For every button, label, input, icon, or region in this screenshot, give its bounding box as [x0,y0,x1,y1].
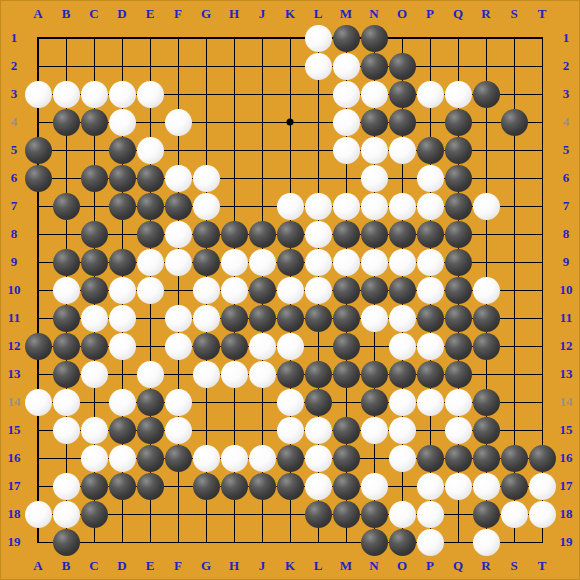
intersection-M19[interactable] [332,528,360,556]
go-board[interactable] [24,24,556,556]
intersection-Q11[interactable] [444,304,472,332]
intersection-C17[interactable] [80,472,108,500]
intersection-M15[interactable] [332,416,360,444]
intersection-E4[interactable] [136,108,164,136]
intersection-F6[interactable] [164,164,192,192]
intersection-M6[interactable] [332,164,360,192]
intersection-B2[interactable] [52,52,80,80]
intersection-Q6[interactable] [444,164,472,192]
intersection-O1[interactable] [388,24,416,52]
intersection-R12[interactable] [472,332,500,360]
intersection-T9[interactable] [528,248,556,276]
intersection-A18[interactable] [24,500,52,528]
intersection-F9[interactable] [164,248,192,276]
intersection-Q4[interactable] [444,108,472,136]
intersection-A11[interactable] [24,304,52,332]
intersection-D18[interactable] [108,500,136,528]
intersection-F12[interactable] [164,332,192,360]
intersection-A10[interactable] [24,276,52,304]
intersection-R16[interactable] [472,444,500,472]
intersection-J3[interactable] [248,80,276,108]
intersection-S18[interactable] [500,500,528,528]
intersection-N10[interactable] [360,276,388,304]
intersection-G5[interactable] [192,136,220,164]
intersection-Q14[interactable] [444,388,472,416]
intersection-H11[interactable] [220,304,248,332]
intersection-O12[interactable] [388,332,416,360]
intersection-R2[interactable] [472,52,500,80]
intersection-F4[interactable] [164,108,192,136]
intersection-N5[interactable] [360,136,388,164]
intersection-A13[interactable] [24,360,52,388]
intersection-E16[interactable] [136,444,164,472]
intersection-S7[interactable] [500,192,528,220]
intersection-B13[interactable] [52,360,80,388]
intersection-R19[interactable] [472,528,500,556]
intersection-B5[interactable] [52,136,80,164]
intersection-M18[interactable] [332,500,360,528]
intersection-S16[interactable] [500,444,528,472]
intersection-F3[interactable] [164,80,192,108]
intersection-K3[interactable] [276,80,304,108]
intersection-G10[interactable] [192,276,220,304]
intersection-A3[interactable] [24,80,52,108]
intersection-C8[interactable] [80,220,108,248]
intersection-D15[interactable] [108,416,136,444]
intersection-D14[interactable] [108,388,136,416]
intersection-K10[interactable] [276,276,304,304]
intersection-N3[interactable] [360,80,388,108]
intersection-S6[interactable] [500,164,528,192]
intersection-G4[interactable] [192,108,220,136]
intersection-N12[interactable] [360,332,388,360]
intersection-M2[interactable] [332,52,360,80]
intersection-M12[interactable] [332,332,360,360]
intersection-A1[interactable] [24,24,52,52]
intersection-J15[interactable] [248,416,276,444]
intersection-C16[interactable] [80,444,108,472]
intersection-J13[interactable] [248,360,276,388]
intersection-D11[interactable] [108,304,136,332]
intersection-G12[interactable] [192,332,220,360]
intersection-L13[interactable] [304,360,332,388]
intersection-E10[interactable] [136,276,164,304]
intersection-J14[interactable] [248,388,276,416]
intersection-F7[interactable] [164,192,192,220]
intersection-G9[interactable] [192,248,220,276]
intersection-T10[interactable] [528,276,556,304]
intersection-N9[interactable] [360,248,388,276]
intersection-J9[interactable] [248,248,276,276]
intersection-C9[interactable] [80,248,108,276]
intersection-O6[interactable] [388,164,416,192]
intersection-D2[interactable] [108,52,136,80]
intersection-E8[interactable] [136,220,164,248]
intersection-L18[interactable] [304,500,332,528]
intersection-G3[interactable] [192,80,220,108]
intersection-A17[interactable] [24,472,52,500]
intersection-K19[interactable] [276,528,304,556]
intersection-E14[interactable] [136,388,164,416]
intersection-S10[interactable] [500,276,528,304]
intersection-N18[interactable] [360,500,388,528]
intersection-F19[interactable] [164,528,192,556]
intersection-D3[interactable] [108,80,136,108]
intersection-Q3[interactable] [444,80,472,108]
intersection-N19[interactable] [360,528,388,556]
intersection-J1[interactable] [248,24,276,52]
intersection-L14[interactable] [304,388,332,416]
intersection-R1[interactable] [472,24,500,52]
intersection-M11[interactable] [332,304,360,332]
intersection-L6[interactable] [304,164,332,192]
intersection-N14[interactable] [360,388,388,416]
intersection-T1[interactable] [528,24,556,52]
intersection-M9[interactable] [332,248,360,276]
intersection-D1[interactable] [108,24,136,52]
intersection-O9[interactable] [388,248,416,276]
intersection-J19[interactable] [248,528,276,556]
intersection-D19[interactable] [108,528,136,556]
intersection-M8[interactable] [332,220,360,248]
intersection-L4[interactable] [304,108,332,136]
intersection-L3[interactable] [304,80,332,108]
intersection-L5[interactable] [304,136,332,164]
intersection-F11[interactable] [164,304,192,332]
intersection-Q2[interactable] [444,52,472,80]
intersection-P16[interactable] [416,444,444,472]
intersection-T15[interactable] [528,416,556,444]
intersection-L8[interactable] [304,220,332,248]
intersection-P9[interactable] [416,248,444,276]
intersection-R15[interactable] [472,416,500,444]
intersection-R10[interactable] [472,276,500,304]
intersection-D6[interactable] [108,164,136,192]
intersection-H15[interactable] [220,416,248,444]
intersection-R5[interactable] [472,136,500,164]
intersection-K6[interactable] [276,164,304,192]
intersection-S2[interactable] [500,52,528,80]
intersection-T18[interactable] [528,500,556,528]
intersection-D10[interactable] [108,276,136,304]
intersection-R18[interactable] [472,500,500,528]
intersection-R7[interactable] [472,192,500,220]
intersection-N7[interactable] [360,192,388,220]
intersection-B10[interactable] [52,276,80,304]
intersection-C11[interactable] [80,304,108,332]
intersection-F15[interactable] [164,416,192,444]
intersection-S3[interactable] [500,80,528,108]
intersection-P6[interactable] [416,164,444,192]
intersection-N2[interactable] [360,52,388,80]
intersection-P11[interactable] [416,304,444,332]
intersection-D9[interactable] [108,248,136,276]
intersection-O7[interactable] [388,192,416,220]
intersection-T13[interactable] [528,360,556,388]
intersection-M13[interactable] [332,360,360,388]
intersection-J12[interactable] [248,332,276,360]
intersection-M7[interactable] [332,192,360,220]
intersection-H18[interactable] [220,500,248,528]
intersection-O11[interactable] [388,304,416,332]
intersection-B4[interactable] [52,108,80,136]
intersection-S15[interactable] [500,416,528,444]
intersection-N17[interactable] [360,472,388,500]
intersection-G11[interactable] [192,304,220,332]
intersection-L16[interactable] [304,444,332,472]
intersection-T14[interactable] [528,388,556,416]
intersection-G16[interactable] [192,444,220,472]
intersection-D13[interactable] [108,360,136,388]
intersection-J16[interactable] [248,444,276,472]
intersection-P15[interactable] [416,416,444,444]
intersection-J4[interactable] [248,108,276,136]
intersection-J5[interactable] [248,136,276,164]
intersection-T7[interactable] [528,192,556,220]
intersection-S19[interactable] [500,528,528,556]
intersection-Q10[interactable] [444,276,472,304]
intersection-M4[interactable] [332,108,360,136]
intersection-B11[interactable] [52,304,80,332]
intersection-R6[interactable] [472,164,500,192]
intersection-A5[interactable] [24,136,52,164]
intersection-K7[interactable] [276,192,304,220]
intersection-B12[interactable] [52,332,80,360]
intersection-G2[interactable] [192,52,220,80]
intersection-C14[interactable] [80,388,108,416]
intersection-Q17[interactable] [444,472,472,500]
intersection-Q5[interactable] [444,136,472,164]
intersection-E15[interactable] [136,416,164,444]
intersection-M5[interactable] [332,136,360,164]
intersection-O8[interactable] [388,220,416,248]
intersection-L17[interactable] [304,472,332,500]
intersection-J18[interactable] [248,500,276,528]
intersection-K9[interactable] [276,248,304,276]
intersection-R14[interactable] [472,388,500,416]
intersection-K5[interactable] [276,136,304,164]
intersection-B14[interactable] [52,388,80,416]
intersection-S11[interactable] [500,304,528,332]
intersection-F5[interactable] [164,136,192,164]
intersection-K15[interactable] [276,416,304,444]
intersection-D4[interactable] [108,108,136,136]
intersection-B15[interactable] [52,416,80,444]
intersection-A12[interactable] [24,332,52,360]
intersection-F17[interactable] [164,472,192,500]
intersection-B6[interactable] [52,164,80,192]
intersection-H8[interactable] [220,220,248,248]
intersection-N6[interactable] [360,164,388,192]
intersection-E7[interactable] [136,192,164,220]
intersection-H3[interactable] [220,80,248,108]
intersection-J8[interactable] [248,220,276,248]
intersection-M1[interactable] [332,24,360,52]
intersection-O4[interactable] [388,108,416,136]
intersection-A15[interactable] [24,416,52,444]
intersection-J11[interactable] [248,304,276,332]
intersection-K8[interactable] [276,220,304,248]
intersection-O5[interactable] [388,136,416,164]
intersection-C1[interactable] [80,24,108,52]
intersection-D17[interactable] [108,472,136,500]
intersection-N16[interactable] [360,444,388,472]
intersection-Q16[interactable] [444,444,472,472]
intersection-F2[interactable] [164,52,192,80]
intersection-L7[interactable] [304,192,332,220]
intersection-B3[interactable] [52,80,80,108]
intersection-T4[interactable] [528,108,556,136]
intersection-G18[interactable] [192,500,220,528]
intersection-S4[interactable] [500,108,528,136]
intersection-O10[interactable] [388,276,416,304]
intersection-N15[interactable] [360,416,388,444]
intersection-B17[interactable] [52,472,80,500]
intersection-B16[interactable] [52,444,80,472]
intersection-C12[interactable] [80,332,108,360]
intersection-O16[interactable] [388,444,416,472]
intersection-S5[interactable] [500,136,528,164]
intersection-J6[interactable] [248,164,276,192]
intersection-F13[interactable] [164,360,192,388]
intersection-L9[interactable] [304,248,332,276]
intersection-E1[interactable] [136,24,164,52]
intersection-R9[interactable] [472,248,500,276]
intersection-R11[interactable] [472,304,500,332]
intersection-R13[interactable] [472,360,500,388]
intersection-L15[interactable] [304,416,332,444]
intersection-G7[interactable] [192,192,220,220]
intersection-Q1[interactable] [444,24,472,52]
intersection-T11[interactable] [528,304,556,332]
intersection-P14[interactable] [416,388,444,416]
intersection-G8[interactable] [192,220,220,248]
intersection-T17[interactable] [528,472,556,500]
intersection-E5[interactable] [136,136,164,164]
intersection-H7[interactable] [220,192,248,220]
intersection-P13[interactable] [416,360,444,388]
intersection-K12[interactable] [276,332,304,360]
intersection-M10[interactable] [332,276,360,304]
intersection-H5[interactable] [220,136,248,164]
intersection-F1[interactable] [164,24,192,52]
intersection-C4[interactable] [80,108,108,136]
intersection-E12[interactable] [136,332,164,360]
intersection-C5[interactable] [80,136,108,164]
intersection-C2[interactable] [80,52,108,80]
intersection-P10[interactable] [416,276,444,304]
intersection-J17[interactable] [248,472,276,500]
intersection-C19[interactable] [80,528,108,556]
intersection-D16[interactable] [108,444,136,472]
intersection-F16[interactable] [164,444,192,472]
intersection-A7[interactable] [24,192,52,220]
intersection-O18[interactable] [388,500,416,528]
intersection-K17[interactable] [276,472,304,500]
intersection-P3[interactable] [416,80,444,108]
intersection-Q12[interactable] [444,332,472,360]
intersection-O13[interactable] [388,360,416,388]
intersection-G19[interactable] [192,528,220,556]
intersection-P12[interactable] [416,332,444,360]
intersection-R17[interactable] [472,472,500,500]
intersection-P1[interactable] [416,24,444,52]
intersection-K14[interactable] [276,388,304,416]
intersection-G14[interactable] [192,388,220,416]
intersection-T2[interactable] [528,52,556,80]
intersection-M16[interactable] [332,444,360,472]
intersection-B1[interactable] [52,24,80,52]
intersection-K1[interactable] [276,24,304,52]
intersection-Q19[interactable] [444,528,472,556]
intersection-H9[interactable] [220,248,248,276]
intersection-A9[interactable] [24,248,52,276]
intersection-L10[interactable] [304,276,332,304]
intersection-T19[interactable] [528,528,556,556]
intersection-H14[interactable] [220,388,248,416]
intersection-Q9[interactable] [444,248,472,276]
intersection-H13[interactable] [220,360,248,388]
intersection-G1[interactable] [192,24,220,52]
intersection-C10[interactable] [80,276,108,304]
intersection-D7[interactable] [108,192,136,220]
intersection-R4[interactable] [472,108,500,136]
intersection-D12[interactable] [108,332,136,360]
intersection-D8[interactable] [108,220,136,248]
intersection-T6[interactable] [528,164,556,192]
intersection-T8[interactable] [528,220,556,248]
intersection-O3[interactable] [388,80,416,108]
intersection-P18[interactable] [416,500,444,528]
intersection-P19[interactable] [416,528,444,556]
intersection-A4[interactable] [24,108,52,136]
intersection-E18[interactable] [136,500,164,528]
intersection-Q15[interactable] [444,416,472,444]
intersection-H6[interactable] [220,164,248,192]
intersection-M3[interactable] [332,80,360,108]
intersection-A8[interactable] [24,220,52,248]
intersection-K13[interactable] [276,360,304,388]
intersection-E17[interactable] [136,472,164,500]
intersection-L12[interactable] [304,332,332,360]
intersection-T3[interactable] [528,80,556,108]
intersection-T5[interactable] [528,136,556,164]
intersection-N4[interactable] [360,108,388,136]
intersection-P8[interactable] [416,220,444,248]
intersection-P17[interactable] [416,472,444,500]
intersection-H12[interactable] [220,332,248,360]
intersection-H19[interactable] [220,528,248,556]
intersection-D5[interactable] [108,136,136,164]
intersection-G17[interactable] [192,472,220,500]
intersection-C15[interactable] [80,416,108,444]
intersection-C7[interactable] [80,192,108,220]
intersection-E9[interactable] [136,248,164,276]
intersection-A19[interactable] [24,528,52,556]
intersection-L1[interactable] [304,24,332,52]
intersection-S14[interactable] [500,388,528,416]
intersection-N11[interactable] [360,304,388,332]
intersection-H2[interactable] [220,52,248,80]
intersection-S17[interactable] [500,472,528,500]
intersection-H17[interactable] [220,472,248,500]
intersection-F8[interactable] [164,220,192,248]
intersection-L11[interactable] [304,304,332,332]
intersection-A14[interactable] [24,388,52,416]
intersection-C13[interactable] [80,360,108,388]
intersection-P5[interactable] [416,136,444,164]
intersection-N8[interactable] [360,220,388,248]
